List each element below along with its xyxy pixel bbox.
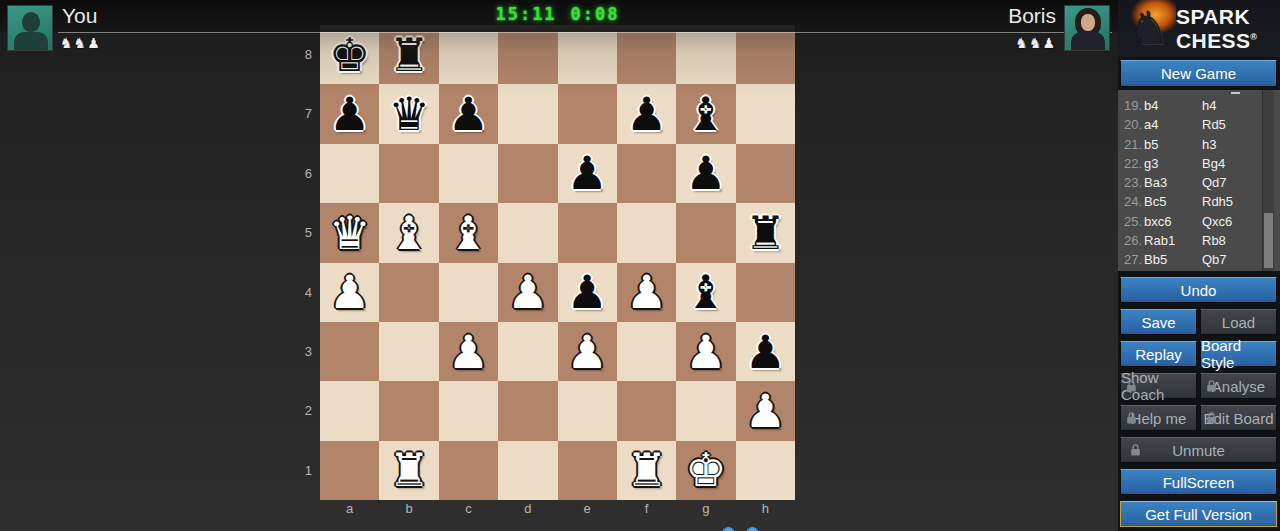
- square-h8[interactable]: [736, 25, 795, 84]
- square-a3[interactable]: [320, 322, 379, 381]
- move-white: Bb5: [1144, 250, 1167, 269]
- piece-white-pawn[interactable]: ♟: [736, 381, 795, 440]
- bottom-dot[interactable]: [746, 527, 759, 531]
- square-f4[interactable]: ♟: [617, 263, 676, 322]
- white-clock: 15:11: [495, 4, 556, 24]
- square-d1[interactable]: [498, 441, 557, 500]
- file-label-e: e: [558, 500, 617, 518]
- piece-white-rook[interactable]: ♜: [379, 441, 438, 500]
- black-clock: 0:08: [571, 4, 620, 24]
- square-c4[interactable]: [439, 263, 498, 322]
- save-label: Save: [1141, 314, 1175, 331]
- piece-black-pawn[interactable]: ♟: [558, 263, 617, 322]
- avatar-silhouette: [1071, 32, 1105, 51]
- load-label: Load: [1222, 314, 1255, 331]
- square-e7[interactable]: [558, 84, 617, 143]
- square-g5[interactable]: [676, 203, 735, 262]
- lock-icon: [1206, 412, 1217, 425]
- avatar-silhouette: [22, 12, 40, 32]
- move-row: 25.bxc6Qxc6: [1124, 212, 1280, 231]
- square-a6[interactable]: [320, 144, 379, 203]
- move-row: 21.b5h3: [1124, 135, 1280, 154]
- square-g1[interactable]: ♚: [676, 441, 735, 500]
- square-h6[interactable]: [736, 144, 795, 203]
- piece-white-pawn[interactable]: ♟: [617, 263, 676, 322]
- file-label-b: b: [379, 500, 438, 518]
- move-number: 23.: [1124, 173, 1142, 192]
- square-g2[interactable]: [676, 381, 735, 440]
- replay-button[interactable]: Replay: [1120, 341, 1197, 367]
- move-black: h3: [1202, 135, 1216, 154]
- square-d5[interactable]: [498, 203, 557, 262]
- move-white: Bc5: [1144, 192, 1166, 211]
- undo-button[interactable]: Undo: [1120, 277, 1277, 303]
- square-a5[interactable]: ♛: [320, 203, 379, 262]
- logo-text: SPARK CHESS®: [1176, 7, 1257, 51]
- move-row: 27.Bb5Qb7: [1124, 250, 1280, 269]
- avatar-opponent: [1064, 5, 1110, 51]
- move-number: 21.: [1124, 135, 1142, 154]
- move-black: Rb8: [1202, 231, 1226, 250]
- file-labels: abcdefgh: [320, 500, 795, 518]
- square-f8[interactable]: [617, 25, 676, 84]
- square-a2[interactable]: [320, 381, 379, 440]
- avatar-you: [7, 5, 53, 51]
- square-d3[interactable]: [498, 322, 557, 381]
- rank-label-6: 6: [290, 144, 312, 203]
- captured-tray-you: ♞♞♟: [60, 35, 100, 51]
- file-label-g: g: [676, 500, 735, 518]
- move-number: 19.: [1124, 96, 1142, 115]
- get-full-version-button[interactable]: Get Full Version: [1120, 501, 1277, 527]
- move-rows: 19.b4h420.a4Rd521.b5h322.g3Bg423.Ba3Qd72…: [1118, 90, 1280, 270]
- square-c5[interactable]: ♝: [439, 203, 498, 262]
- square-f7[interactable]: ♟: [617, 84, 676, 143]
- file-label-a: a: [320, 500, 379, 518]
- piece-black-pawn[interactable]: ♟: [558, 144, 617, 203]
- square-a8[interactable]: ♚: [320, 25, 379, 84]
- file-label-d: d: [498, 500, 557, 518]
- square-f5[interactable]: [617, 203, 676, 262]
- square-d2[interactable]: [498, 381, 557, 440]
- piece-black-pawn[interactable]: ♟: [676, 144, 735, 203]
- square-f1[interactable]: ♜: [617, 441, 676, 500]
- move-black: Qd7: [1202, 173, 1227, 192]
- unmute-label: Unmute: [1172, 442, 1225, 459]
- fullscreen-label: FullScreen: [1163, 474, 1235, 491]
- square-a4[interactable]: ♟: [320, 263, 379, 322]
- piece-black-pawn[interactable]: ♟: [617, 84, 676, 143]
- move-list: 19.b4h420.a4Rd521.b5h322.g3Bg423.Ba3Qd72…: [1118, 90, 1280, 271]
- square-h5[interactable]: ♜: [736, 203, 795, 262]
- piece-black-bishop[interactable]: ♝: [676, 263, 735, 322]
- replay-label: Replay: [1135, 346, 1182, 363]
- knight-icon: ♞: [1120, 2, 1178, 54]
- piece-black-pawn[interactable]: ♟: [320, 84, 379, 143]
- piece-white-bishop[interactable]: ♝: [439, 203, 498, 262]
- move-number: 22.: [1124, 154, 1142, 173]
- piece-black-bishop[interactable]: ♝: [676, 84, 735, 143]
- rank-label-7: 7: [290, 84, 312, 143]
- square-e2[interactable]: [558, 381, 617, 440]
- piece-black-rook[interactable]: ♜: [736, 203, 795, 262]
- piece-white-pawn[interactable]: ♟: [498, 263, 557, 322]
- undo-label: Undo: [1181, 282, 1217, 299]
- move-number: 25.: [1124, 212, 1142, 231]
- square-h3[interactable]: ♟: [736, 322, 795, 381]
- square-e4[interactable]: ♟: [558, 263, 617, 322]
- piece-white-king[interactable]: ♚: [676, 441, 735, 500]
- square-g7[interactable]: ♝: [676, 84, 735, 143]
- analyse-button[interactable]: Analyse: [1200, 373, 1277, 399]
- square-b6[interactable]: [379, 144, 438, 203]
- move-white: Ba3: [1144, 173, 1167, 192]
- square-g6[interactable]: ♟: [676, 144, 735, 203]
- move-black: Qb7: [1202, 250, 1227, 269]
- lock-icon: [1130, 444, 1141, 457]
- square-c8[interactable]: [439, 25, 498, 84]
- edit-board-button[interactable]: Edit Board: [1200, 405, 1277, 431]
- piece-black-rook[interactable]: ♜: [379, 25, 438, 84]
- move-number: 26.: [1124, 231, 1142, 250]
- move-white: b4: [1144, 96, 1158, 115]
- piece-white-rook[interactable]: ♜: [617, 441, 676, 500]
- logo-line2: CHESS: [1176, 29, 1250, 52]
- square-c3[interactable]: ♟: [439, 322, 498, 381]
- lock-icon: [1126, 412, 1137, 425]
- move-list-scrollbar[interactable]: [1262, 90, 1274, 271]
- square-e3[interactable]: ♟: [558, 322, 617, 381]
- move-white: a4: [1144, 115, 1158, 134]
- square-b4[interactable]: [379, 263, 438, 322]
- scrollbar-thumb[interactable]: [1264, 213, 1273, 268]
- rank-labels: 87654321: [290, 25, 312, 500]
- logo-line1: SPARK: [1176, 5, 1250, 28]
- square-c1[interactable]: [439, 441, 498, 500]
- square-g8[interactable]: [676, 25, 735, 84]
- logo-knight-icon: ♞: [1118, 0, 1176, 57]
- square-a1[interactable]: [320, 441, 379, 500]
- move-white: bxc6: [1144, 212, 1171, 231]
- piece-white-pawn[interactable]: ♟: [676, 322, 735, 381]
- bottom-dot[interactable]: [722, 527, 735, 531]
- lock-icon: [1126, 380, 1137, 393]
- move-row: 22.g3Bg4: [1124, 154, 1280, 173]
- captured-knight-icon: ♞: [74, 35, 87, 51]
- piece-white-pawn[interactable]: ♟: [320, 263, 379, 322]
- show-coach-button[interactable]: Show Coach: [1120, 373, 1197, 399]
- captured-knight-icon: ♞: [1015, 35, 1028, 51]
- move-black: Qxc6: [1202, 212, 1232, 231]
- move-white: g3: [1144, 154, 1158, 173]
- rank-label-3: 3: [290, 322, 312, 381]
- file-label-c: c: [439, 500, 498, 518]
- new-game-label: New Game: [1161, 65, 1236, 82]
- move-black: Rdh5: [1202, 192, 1233, 211]
- square-d4[interactable]: ♟: [498, 263, 557, 322]
- square-h1[interactable]: [736, 441, 795, 500]
- new-game-button[interactable]: New Game: [1120, 60, 1277, 87]
- square-e1[interactable]: [558, 441, 617, 500]
- rank-label-2: 2: [290, 381, 312, 440]
- rank-label-8: 8: [290, 25, 312, 84]
- square-a7[interactable]: ♟: [320, 84, 379, 143]
- square-h2[interactable]: ♟: [736, 381, 795, 440]
- player-name-opponent: Boris: [1008, 4, 1056, 28]
- rank-label-1: 1: [290, 441, 312, 500]
- captured-pawn-icon: ♟: [87, 35, 100, 51]
- piece-black-queen[interactable]: ♛: [379, 84, 438, 143]
- square-b2[interactable]: [379, 381, 438, 440]
- move-row: 23.Ba3Qd7: [1124, 173, 1280, 192]
- move-black: Bg4: [1202, 154, 1225, 173]
- move-black: h4: [1202, 96, 1216, 115]
- analyse-label: Analyse: [1212, 378, 1265, 395]
- piece-white-pawn[interactable]: ♟: [439, 322, 498, 381]
- square-d8[interactable]: [498, 25, 557, 84]
- square-g3[interactable]: ♟: [676, 322, 735, 381]
- square-b8[interactable]: ♜: [379, 25, 438, 84]
- piece-white-pawn[interactable]: ♟: [558, 322, 617, 381]
- player-name-you: You: [62, 4, 97, 28]
- captured-knight-icon: ♞: [60, 35, 73, 51]
- load-button[interactable]: Load: [1200, 309, 1277, 335]
- chess-board[interactable]: ♚♜♟♛♟♟♝♟♟♛♝♝♜♟♟♟♟♝♟♟♟♟♟♜♜♚: [320, 25, 795, 500]
- rank-label-4: 4: [290, 263, 312, 322]
- square-d7[interactable]: [498, 84, 557, 143]
- move-white: b5: [1144, 135, 1158, 154]
- square-e8[interactable]: [558, 25, 617, 84]
- square-b5[interactable]: ♝: [379, 203, 438, 262]
- file-label-f: f: [617, 500, 676, 518]
- captured-knight-icon: ♞: [1029, 35, 1042, 51]
- move-number: 27.: [1124, 250, 1142, 269]
- square-c7[interactable]: ♟: [439, 84, 498, 143]
- board-style-button[interactable]: Board Style: [1200, 341, 1277, 367]
- sidebar: ♞ SPARK CHESS® New Game 19.b4h420.a4Rd52…: [1118, 0, 1280, 531]
- square-f3[interactable]: [617, 322, 676, 381]
- square-b7[interactable]: ♛: [379, 84, 438, 143]
- clocks: 15:11 0:08: [320, 4, 795, 24]
- square-e5[interactable]: [558, 203, 617, 262]
- avatar-silhouette: [14, 32, 48, 51]
- square-c2[interactable]: [439, 381, 498, 440]
- fullscreen-button[interactable]: FullScreen: [1120, 469, 1277, 495]
- square-b1[interactable]: ♜: [379, 441, 438, 500]
- player-bar-separator: [58, 32, 1112, 33]
- board-style-label: Board Style: [1201, 337, 1276, 371]
- piece-white-queen[interactable]: ♛: [320, 203, 379, 262]
- square-h4[interactable]: [736, 263, 795, 322]
- piece-black-king[interactable]: ♚: [320, 25, 379, 84]
- move-number: 24.: [1124, 192, 1142, 211]
- captured-tray-opponent: ♞♞♟: [1015, 35, 1055, 51]
- piece-white-bishop[interactable]: ♝: [379, 203, 438, 262]
- square-g4[interactable]: ♝: [676, 263, 735, 322]
- square-f6[interactable]: [617, 144, 676, 203]
- square-d6[interactable]: [498, 144, 557, 203]
- square-b3[interactable]: [379, 322, 438, 381]
- move-black: Rd5: [1202, 115, 1226, 134]
- square-c6[interactable]: [439, 144, 498, 203]
- move-number: 20.: [1124, 115, 1142, 134]
- file-label-h: h: [736, 500, 795, 518]
- sparkchess-app: You ♞♞♟ 15:11 0:08 Boris ♞♞♟ 87654321 ♚♜…: [0, 0, 1280, 531]
- square-h7[interactable]: [736, 84, 795, 143]
- help-me-label: Help me: [1131, 410, 1187, 427]
- square-f2[interactable]: [617, 381, 676, 440]
- save-button[interactable]: Save: [1120, 309, 1197, 335]
- move-list-clipped-row: [1231, 92, 1240, 94]
- rank-label-5: 5: [290, 203, 312, 262]
- piece-black-pawn[interactable]: ♟: [439, 84, 498, 143]
- avatar-silhouette: [1081, 14, 1095, 31]
- captured-pawn-icon: ♟: [1042, 35, 1055, 51]
- get-full-version-label: Get Full Version: [1145, 506, 1252, 523]
- move-row: 24.Bc5Rdh5: [1124, 192, 1280, 211]
- move-row: 20.a4Rd5: [1124, 115, 1280, 134]
- move-white: Rab1: [1144, 231, 1175, 250]
- square-e6[interactable]: ♟: [558, 144, 617, 203]
- lock-icon: [1206, 380, 1217, 393]
- piece-black-pawn[interactable]: ♟: [736, 322, 795, 381]
- unmute-button[interactable]: Unmute: [1120, 437, 1277, 463]
- move-row: 26.Rab1Rb8: [1124, 231, 1280, 250]
- move-row: 19.b4h4: [1124, 96, 1280, 115]
- help-me-button[interactable]: Help me: [1120, 405, 1197, 431]
- logo-reg-mark: ®: [1250, 32, 1257, 42]
- sparkchess-logo: ♞ SPARK CHESS®: [1118, 0, 1280, 57]
